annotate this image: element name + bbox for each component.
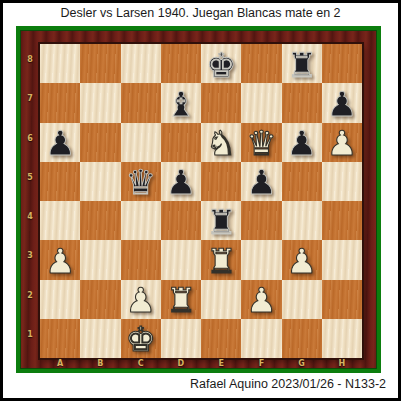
square-g3[interactable]: ♟ — [282, 240, 322, 279]
attribution-caption: Rafael Aquino 2023/01/26 - N133-2 — [190, 377, 386, 391]
rank-labels: 87654321 — [20, 44, 40, 358]
square-b3[interactable] — [80, 240, 120, 279]
square-d7[interactable]: ♝ — [161, 83, 201, 122]
square-h1[interactable] — [322, 319, 362, 358]
square-g1[interactable] — [282, 319, 322, 358]
square-b2[interactable] — [80, 280, 120, 319]
white-pawn-h6: ♟ — [327, 124, 357, 160]
square-a5[interactable] — [40, 162, 80, 201]
black-pawn-a6: ♟ — [45, 124, 75, 160]
square-d5[interactable]: ♟ — [161, 162, 201, 201]
black-pawn-f5: ♟ — [246, 163, 276, 199]
white-king-c1: ♚ — [125, 320, 155, 356]
black-pawn-d5: ♟ — [166, 163, 196, 199]
white-queen-f6: ♛ — [246, 124, 276, 160]
rank-label-1: 1 — [20, 311, 40, 358]
square-e4[interactable]: ♜ — [201, 201, 241, 240]
square-b5[interactable] — [80, 162, 120, 201]
square-d3[interactable] — [161, 240, 201, 279]
black-king-e8: ♚ — [206, 46, 236, 82]
square-h2[interactable] — [322, 280, 362, 319]
file-label-e: E — [201, 358, 241, 369]
square-a7[interactable] — [40, 83, 80, 122]
black-rook-g8: ♜ — [286, 46, 316, 82]
square-h8[interactable] — [322, 44, 362, 83]
square-g6[interactable]: ♟ — [282, 123, 322, 162]
square-h5[interactable] — [322, 162, 362, 201]
file-label-a: A — [40, 358, 80, 369]
square-g7[interactable] — [282, 83, 322, 122]
square-h7[interactable]: ♟ — [322, 83, 362, 122]
square-c3[interactable] — [121, 240, 161, 279]
square-g2[interactable] — [282, 280, 322, 319]
white-pawn-f2: ♟ — [246, 281, 276, 317]
square-f1[interactable] — [241, 319, 281, 358]
white-rook-d2: ♜ — [166, 281, 196, 317]
puzzle-title: Desler vs Larsen 1940. Juegan Blancas ma… — [3, 6, 398, 20]
square-a4[interactable] — [40, 201, 80, 240]
black-rook-e4: ♜ — [206, 203, 236, 239]
square-f2[interactable]: ♟ — [241, 280, 281, 319]
white-pawn-g3: ♟ — [286, 242, 316, 278]
black-queen-c5: ♛ — [125, 163, 155, 199]
file-label-g: G — [282, 358, 322, 369]
square-g4[interactable] — [282, 201, 322, 240]
square-g8[interactable]: ♜ — [282, 44, 322, 83]
square-b7[interactable] — [80, 83, 120, 122]
square-c8[interactable] — [121, 44, 161, 83]
square-f8[interactable] — [241, 44, 281, 83]
square-c2[interactable]: ♟ — [121, 280, 161, 319]
square-b6[interactable] — [80, 123, 120, 162]
white-knight-e6: ♞ — [206, 124, 236, 160]
square-a1[interactable] — [40, 319, 80, 358]
square-e6[interactable]: ♞ — [201, 123, 241, 162]
square-h6[interactable]: ♟ — [322, 123, 362, 162]
square-e5[interactable] — [201, 162, 241, 201]
square-e3[interactable]: ♜ — [201, 240, 241, 279]
file-label-b: B — [80, 358, 120, 369]
square-e8[interactable]: ♚ — [201, 44, 241, 83]
chess-board: ♚♜♝♟♟♞♛♟♟♛♟♟♜♟♜♟♟♜♟♚ — [40, 44, 362, 358]
chess-board-frame: 87654321 ♚♜♝♟♟♞♛♟♟♛♟♟♜♟♜♟♟♜♟♚ ABCDEFGH — [16, 26, 381, 373]
square-b4[interactable] — [80, 201, 120, 240]
square-d4[interactable] — [161, 201, 201, 240]
black-pawn-g6: ♟ — [286, 124, 316, 160]
square-d6[interactable] — [161, 123, 201, 162]
square-e1[interactable] — [201, 319, 241, 358]
square-f4[interactable] — [241, 201, 281, 240]
square-c1[interactable]: ♚ — [121, 319, 161, 358]
chess-diagram-page: Desler vs Larsen 1940. Juegan Blancas ma… — [0, 0, 401, 401]
square-f3[interactable] — [241, 240, 281, 279]
file-label-f: F — [241, 358, 281, 369]
square-f7[interactable] — [241, 83, 281, 122]
square-d2[interactable]: ♜ — [161, 280, 201, 319]
black-pawn-h7: ♟ — [327, 85, 357, 121]
square-c5[interactable]: ♛ — [121, 162, 161, 201]
square-f6[interactable]: ♛ — [241, 123, 281, 162]
square-d1[interactable] — [161, 319, 201, 358]
square-e2[interactable] — [201, 280, 241, 319]
file-labels: ABCDEFGH — [40, 358, 362, 369]
white-rook-e3: ♜ — [206, 242, 236, 278]
square-e7[interactable] — [201, 83, 241, 122]
square-d8[interactable] — [161, 44, 201, 83]
file-label-d: D — [161, 358, 201, 369]
square-a8[interactable] — [40, 44, 80, 83]
square-b8[interactable] — [80, 44, 120, 83]
square-b1[interactable] — [80, 319, 120, 358]
square-c7[interactable] — [121, 83, 161, 122]
square-h4[interactable] — [322, 201, 362, 240]
file-label-h: H — [322, 358, 362, 369]
square-c4[interactable] — [121, 201, 161, 240]
square-f5[interactable]: ♟ — [241, 162, 281, 201]
white-pawn-a3: ♟ — [45, 242, 75, 278]
file-label-c: C — [121, 358, 161, 369]
square-a3[interactable]: ♟ — [40, 240, 80, 279]
square-c6[interactable] — [121, 123, 161, 162]
square-g5[interactable] — [282, 162, 322, 201]
square-h3[interactable] — [322, 240, 362, 279]
square-a2[interactable] — [40, 280, 80, 319]
black-bishop-d7: ♝ — [166, 85, 196, 121]
white-pawn-c2: ♟ — [125, 281, 155, 317]
square-a6[interactable]: ♟ — [40, 123, 80, 162]
